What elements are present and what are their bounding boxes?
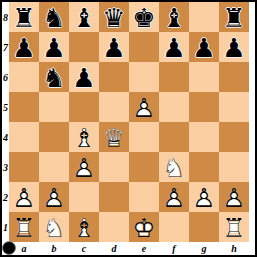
chess-board: ♜♞♝♛♚♝♜♟♟♟♟♟♟♞♟♟♙♝♗♛♕♟♙♞♘♟♙♟♙♟♙♟♙♟♙♜♖♞♘♝… xyxy=(9,2,249,242)
square-g3[interactable] xyxy=(189,152,219,182)
white-pawn-piece[interactable]: ♟♙ xyxy=(9,182,39,212)
white-rook-piece[interactable]: ♜♖ xyxy=(9,212,39,242)
square-a3[interactable] xyxy=(9,152,39,182)
square-d3[interactable] xyxy=(99,152,129,182)
square-h4[interactable] xyxy=(219,122,249,152)
square-d8[interactable]: ♛ xyxy=(99,2,129,32)
white-pawn-piece[interactable]: ♟♙ xyxy=(189,182,219,212)
square-g2[interactable]: ♟♙ xyxy=(189,182,219,212)
square-b2[interactable]: ♟♙ xyxy=(39,182,69,212)
square-g1[interactable] xyxy=(189,212,219,242)
square-a2[interactable]: ♟♙ xyxy=(9,182,39,212)
black-to-move-indicator xyxy=(2,241,16,255)
black-rook-piece[interactable]: ♜ xyxy=(9,2,39,32)
square-e1[interactable]: ♚♔ xyxy=(129,212,159,242)
square-h5[interactable] xyxy=(219,92,249,122)
square-a1[interactable]: ♜♖ xyxy=(9,212,39,242)
black-pawn-piece[interactable]: ♟ xyxy=(159,32,189,62)
file-label-c: c xyxy=(69,242,99,255)
black-bishop-piece[interactable]: ♝ xyxy=(159,2,189,32)
black-pawn-piece[interactable]: ♟ xyxy=(219,32,249,62)
black-rook-piece[interactable]: ♜ xyxy=(219,2,249,32)
square-f6[interactable] xyxy=(159,62,189,92)
square-f1[interactable] xyxy=(159,212,189,242)
rank-label-6: 6 xyxy=(2,62,9,92)
square-b5[interactable] xyxy=(39,92,69,122)
file-label-h: h xyxy=(219,242,249,255)
square-f5[interactable] xyxy=(159,92,189,122)
square-b3[interactable] xyxy=(39,152,69,182)
square-a4[interactable] xyxy=(9,122,39,152)
square-a8[interactable]: ♜ xyxy=(9,2,39,32)
square-f8[interactable]: ♝ xyxy=(159,2,189,32)
black-pawn-piece[interactable]: ♟ xyxy=(189,32,219,62)
square-b4[interactable] xyxy=(39,122,69,152)
square-h8[interactable]: ♜ xyxy=(219,2,249,32)
square-b7[interactable]: ♟ xyxy=(39,32,69,62)
white-king-piece[interactable]: ♚♔ xyxy=(129,212,159,242)
square-h6[interactable] xyxy=(219,62,249,92)
white-pawn-piece[interactable]: ♟♙ xyxy=(159,182,189,212)
square-h7[interactable]: ♟ xyxy=(219,32,249,62)
square-d7[interactable]: ♟ xyxy=(99,32,129,62)
square-c8[interactable]: ♝ xyxy=(69,2,99,32)
square-g4[interactable] xyxy=(189,122,219,152)
black-knight-piece[interactable]: ♞ xyxy=(39,2,69,32)
rank-label-1: 1 xyxy=(2,212,9,242)
chess-diagram: 87654321 ♜♞♝♛♚♝♜♟♟♟♟♟♟♞♟♟♙♝♗♛♕♟♙♞♘♟♙♟♙♟♙… xyxy=(0,0,257,257)
square-d4[interactable]: ♛♕ xyxy=(99,122,129,152)
white-knight-piece[interactable]: ♞♘ xyxy=(159,152,189,182)
square-d1[interactable] xyxy=(99,212,129,242)
square-e5[interactable]: ♟♙ xyxy=(129,92,159,122)
black-pawn-piece[interactable]: ♟ xyxy=(9,32,39,62)
black-pawn-piece[interactable]: ♟ xyxy=(39,32,69,62)
square-e4[interactable] xyxy=(129,122,159,152)
rank-label-7: 7 xyxy=(2,32,9,62)
square-c5[interactable] xyxy=(69,92,99,122)
square-f7[interactable]: ♟ xyxy=(159,32,189,62)
square-e3[interactable] xyxy=(129,152,159,182)
square-f3[interactable]: ♞♘ xyxy=(159,152,189,182)
square-b1[interactable]: ♞♘ xyxy=(39,212,69,242)
square-e8[interactable]: ♚ xyxy=(129,2,159,32)
square-g7[interactable]: ♟ xyxy=(189,32,219,62)
square-f2[interactable]: ♟♙ xyxy=(159,182,189,212)
white-queen-piece[interactable]: ♛♕ xyxy=(99,122,129,152)
white-pawn-piece[interactable]: ♟♙ xyxy=(129,92,159,122)
file-label-b: b xyxy=(39,242,69,255)
square-d2[interactable] xyxy=(99,182,129,212)
square-a7[interactable]: ♟ xyxy=(9,32,39,62)
square-g6[interactable] xyxy=(189,62,219,92)
square-c7[interactable] xyxy=(69,32,99,62)
black-pawn-piece[interactable]: ♟ xyxy=(69,62,99,92)
square-a5[interactable] xyxy=(9,92,39,122)
square-e2[interactable] xyxy=(129,182,159,212)
file-labels: abcdefgh xyxy=(9,242,249,255)
black-pawn-piece[interactable]: ♟ xyxy=(99,32,129,62)
file-label-g: g xyxy=(189,242,219,255)
rank-label-2: 2 xyxy=(2,182,9,212)
white-bishop-piece[interactable]: ♝♗ xyxy=(69,212,99,242)
black-queen-piece[interactable]: ♛ xyxy=(99,2,129,32)
square-g8[interactable] xyxy=(189,2,219,32)
square-e6[interactable] xyxy=(129,62,159,92)
square-c3[interactable]: ♟♙ xyxy=(69,152,99,182)
square-h1[interactable]: ♜♖ xyxy=(219,212,249,242)
square-d6[interactable] xyxy=(99,62,129,92)
black-knight-piece[interactable]: ♞ xyxy=(39,62,69,92)
file-label-e: e xyxy=(129,242,159,255)
rank-labels: 87654321 xyxy=(2,2,9,242)
square-c6[interactable]: ♟ xyxy=(69,62,99,92)
white-pawn-piece[interactable]: ♟♙ xyxy=(39,182,69,212)
white-rook-piece[interactable]: ♜♖ xyxy=(219,212,249,242)
square-a6[interactable] xyxy=(9,62,39,92)
rank-label-5: 5 xyxy=(2,92,9,122)
rank-label-3: 3 xyxy=(2,152,9,182)
black-king-piece[interactable]: ♚ xyxy=(129,2,159,32)
white-pawn-piece[interactable]: ♟♙ xyxy=(219,182,249,212)
black-bishop-piece[interactable]: ♝ xyxy=(69,2,99,32)
square-b8[interactable]: ♞ xyxy=(39,2,69,32)
file-label-f: f xyxy=(159,242,189,255)
square-d5[interactable] xyxy=(99,92,129,122)
rank-label-4: 4 xyxy=(2,122,9,152)
square-h3[interactable] xyxy=(219,152,249,182)
rank-label-8: 8 xyxy=(2,2,9,32)
white-pawn-piece[interactable]: ♟♙ xyxy=(69,152,99,182)
square-e7[interactable] xyxy=(129,32,159,62)
square-c1[interactable]: ♝♗ xyxy=(69,212,99,242)
square-f4[interactable] xyxy=(159,122,189,152)
square-c2[interactable] xyxy=(69,182,99,212)
file-label-d: d xyxy=(99,242,129,255)
square-c4[interactable]: ♝♗ xyxy=(69,122,99,152)
square-b6[interactable]: ♞ xyxy=(39,62,69,92)
white-bishop-piece[interactable]: ♝♗ xyxy=(69,122,99,152)
square-g5[interactable] xyxy=(189,92,219,122)
white-knight-piece[interactable]: ♞♘ xyxy=(39,212,69,242)
square-h2[interactable]: ♟♙ xyxy=(219,182,249,212)
